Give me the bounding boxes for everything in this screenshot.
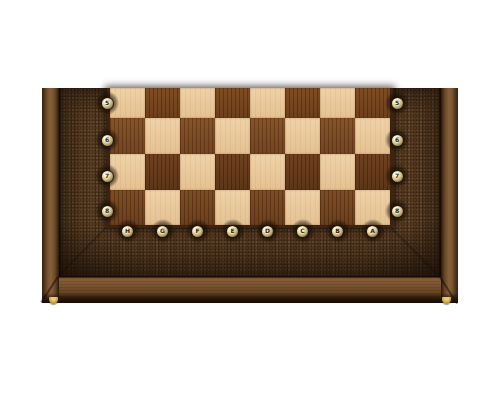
square-d5[interactable] bbox=[250, 88, 285, 118]
file-stud-c: C bbox=[297, 226, 308, 237]
chess-grid-frame bbox=[107, 88, 393, 228]
square-d7[interactable] bbox=[250, 154, 285, 190]
square-f5[interactable] bbox=[180, 88, 215, 118]
rank-stud-right-6: 6 bbox=[392, 135, 403, 146]
file-stud-b: B bbox=[332, 226, 343, 237]
square-c5[interactable] bbox=[285, 88, 320, 118]
rank-stud-right-7: 7 bbox=[392, 171, 403, 182]
bottom-groove bbox=[59, 276, 441, 278]
file-stud-d: D bbox=[262, 226, 273, 237]
file-stud-g: G bbox=[157, 226, 168, 237]
rank-stud-left-6: 6 bbox=[102, 135, 113, 146]
file-stud-e: E bbox=[227, 226, 238, 237]
chess-board-case: 56785678HGFEDCBA bbox=[42, 88, 458, 303]
square-g7[interactable] bbox=[145, 154, 180, 190]
square-b5[interactable] bbox=[320, 88, 355, 118]
square-e6[interactable] bbox=[215, 118, 250, 154]
rank-stud-left-8: 8 bbox=[102, 206, 113, 217]
square-e5[interactable] bbox=[215, 88, 250, 118]
square-b7[interactable] bbox=[320, 154, 355, 190]
right-groove bbox=[439, 88, 441, 277]
chess-grid bbox=[110, 88, 390, 225]
file-stud-f: F bbox=[192, 226, 203, 237]
square-e7[interactable] bbox=[215, 154, 250, 190]
rank-stud-left-5: 5 bbox=[102, 98, 113, 109]
rank-stud-right-8: 8 bbox=[392, 206, 403, 217]
square-g5[interactable] bbox=[145, 88, 180, 118]
square-f7[interactable] bbox=[180, 154, 215, 190]
rank-stud-left-7: 7 bbox=[102, 171, 113, 182]
square-g6[interactable] bbox=[145, 118, 180, 154]
square-b6[interactable] bbox=[320, 118, 355, 154]
case-bottom-edge bbox=[42, 293, 458, 303]
square-d6[interactable] bbox=[250, 118, 285, 154]
square-c6[interactable] bbox=[285, 118, 320, 154]
left-groove bbox=[59, 88, 61, 277]
square-f6[interactable] bbox=[180, 118, 215, 154]
square-c7[interactable] bbox=[285, 154, 320, 190]
file-stud-h: H bbox=[122, 226, 133, 237]
photo-background: 56785678HGFEDCBA bbox=[0, 0, 500, 400]
rank-stud-right-5: 5 bbox=[392, 98, 403, 109]
file-stud-a: A bbox=[367, 226, 378, 237]
left-rail bbox=[42, 88, 59, 303]
right-rail bbox=[441, 88, 458, 303]
